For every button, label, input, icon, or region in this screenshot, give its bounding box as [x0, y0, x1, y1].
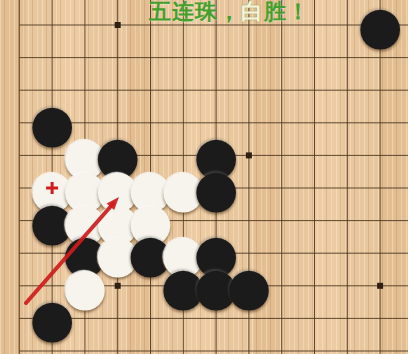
board[interactable]: ●●●●●●●●●●●●●●●●●●●●●●●●● [0, 0, 408, 354]
black-stone: ● [363, 8, 397, 42]
title-banner: 五连珠，白胜！ [149, 0, 310, 27]
title-text-white-word: 白 [241, 0, 264, 24]
black-stone: ● [199, 171, 233, 205]
title-text-green-2: 胜！ [264, 0, 310, 24]
gomoku-app-window: ●●●●●●●●●●●●●●●●●●●●●●●●● 五连珠，白胜！ [0, 0, 408, 354]
black-stone: ● [232, 269, 266, 303]
title-text-green-1: 五连珠， [149, 0, 241, 24]
black-stone: ● [35, 301, 69, 335]
